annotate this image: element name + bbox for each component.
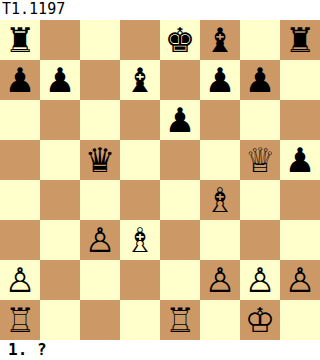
- square-c2[interactable]: [80, 260, 120, 300]
- square-c4[interactable]: [80, 180, 120, 220]
- square-d8[interactable]: [120, 20, 160, 60]
- square-b4[interactable]: [40, 180, 80, 220]
- white-pawn-piece: ♙: [85, 220, 115, 260]
- square-a5[interactable]: [0, 140, 40, 180]
- white-queen-piece: ♕: [245, 140, 275, 180]
- black-king-piece: ♚: [165, 20, 195, 60]
- square-h8[interactable]: ♜: [280, 20, 320, 60]
- square-f7[interactable]: ♟: [200, 60, 240, 100]
- square-f8[interactable]: ♝: [200, 20, 240, 60]
- square-d2[interactable]: [120, 260, 160, 300]
- square-a1[interactable]: ♖: [0, 300, 40, 340]
- square-c1[interactable]: [80, 300, 120, 340]
- black-pawn-piece: ♟: [165, 100, 195, 140]
- puzzle-id-label: T1.1197: [0, 0, 320, 20]
- white-pawn-piece: ♙: [285, 260, 315, 300]
- square-g7[interactable]: ♟: [240, 60, 280, 100]
- square-g1[interactable]: ♔: [240, 300, 280, 340]
- square-f3[interactable]: [200, 220, 240, 260]
- square-d3[interactable]: ♗: [120, 220, 160, 260]
- white-rook-piece: ♖: [165, 300, 195, 340]
- square-h6[interactable]: [280, 100, 320, 140]
- square-a3[interactable]: [0, 220, 40, 260]
- black-pawn-piece: ♟: [245, 60, 275, 100]
- chess-board: ♜♚♝♜♟♟♝♟♟♟♛♕♟♗♙♗♙♙♙♙♖♖♔: [0, 20, 320, 340]
- square-g2[interactable]: ♙: [240, 260, 280, 300]
- black-pawn-piece: ♟: [205, 60, 235, 100]
- square-a2[interactable]: ♙: [0, 260, 40, 300]
- square-e5[interactable]: [160, 140, 200, 180]
- square-e6[interactable]: ♟: [160, 100, 200, 140]
- white-bishop-piece: ♗: [205, 180, 235, 220]
- square-b3[interactable]: [40, 220, 80, 260]
- square-f4[interactable]: ♗: [200, 180, 240, 220]
- square-f1[interactable]: [200, 300, 240, 340]
- square-e1[interactable]: ♖: [160, 300, 200, 340]
- square-g8[interactable]: [240, 20, 280, 60]
- square-h3[interactable]: [280, 220, 320, 260]
- square-g5[interactable]: ♕: [240, 140, 280, 180]
- square-d1[interactable]: [120, 300, 160, 340]
- square-e3[interactable]: [160, 220, 200, 260]
- square-f5[interactable]: [200, 140, 240, 180]
- black-pawn-piece: ♟: [5, 60, 35, 100]
- square-h4[interactable]: [280, 180, 320, 220]
- square-b8[interactable]: [40, 20, 80, 60]
- white-rook-piece: ♖: [5, 300, 35, 340]
- square-h5[interactable]: ♟: [280, 140, 320, 180]
- square-g4[interactable]: [240, 180, 280, 220]
- square-b7[interactable]: ♟: [40, 60, 80, 100]
- square-g3[interactable]: [240, 220, 280, 260]
- square-a4[interactable]: [0, 180, 40, 220]
- square-h7[interactable]: [280, 60, 320, 100]
- square-g6[interactable]: [240, 100, 280, 140]
- white-pawn-piece: ♙: [205, 260, 235, 300]
- square-a7[interactable]: ♟: [0, 60, 40, 100]
- white-king-piece: ♔: [245, 300, 275, 340]
- black-bishop-piece: ♝: [205, 20, 235, 60]
- square-d4[interactable]: [120, 180, 160, 220]
- black-pawn-piece: ♟: [285, 140, 315, 180]
- black-pawn-piece: ♟: [45, 60, 75, 100]
- square-a8[interactable]: ♜: [0, 20, 40, 60]
- square-e8[interactable]: ♚: [160, 20, 200, 60]
- square-h2[interactable]: ♙: [280, 260, 320, 300]
- square-c5[interactable]: ♛: [80, 140, 120, 180]
- square-b1[interactable]: [40, 300, 80, 340]
- white-bishop-piece: ♗: [125, 220, 155, 260]
- square-f2[interactable]: ♙: [200, 260, 240, 300]
- square-a6[interactable]: [0, 100, 40, 140]
- white-pawn-piece: ♙: [245, 260, 275, 300]
- square-c8[interactable]: [80, 20, 120, 60]
- white-pawn-piece: ♙: [5, 260, 35, 300]
- square-d6[interactable]: [120, 100, 160, 140]
- square-d5[interactable]: [120, 140, 160, 180]
- square-e2[interactable]: [160, 260, 200, 300]
- move-prompt: 1. ?: [0, 340, 320, 360]
- square-e7[interactable]: [160, 60, 200, 100]
- square-f6[interactable]: [200, 100, 240, 140]
- black-bishop-piece: ♝: [125, 60, 155, 100]
- chess-puzzle-diagram: T1.1197 ♜♚♝♜♟♟♝♟♟♟♛♕♟♗♙♗♙♙♙♙♖♖♔ 1. ?: [0, 0, 320, 360]
- square-c3[interactable]: ♙: [80, 220, 120, 260]
- black-rook-piece: ♜: [285, 20, 315, 60]
- square-c6[interactable]: [80, 100, 120, 140]
- square-d7[interactable]: ♝: [120, 60, 160, 100]
- square-b5[interactable]: [40, 140, 80, 180]
- square-e4[interactable]: [160, 180, 200, 220]
- black-queen-piece: ♛: [85, 140, 115, 180]
- square-b2[interactable]: [40, 260, 80, 300]
- square-c7[interactable]: [80, 60, 120, 100]
- square-h1[interactable]: [280, 300, 320, 340]
- square-b6[interactable]: [40, 100, 80, 140]
- black-rook-piece: ♜: [5, 20, 35, 60]
